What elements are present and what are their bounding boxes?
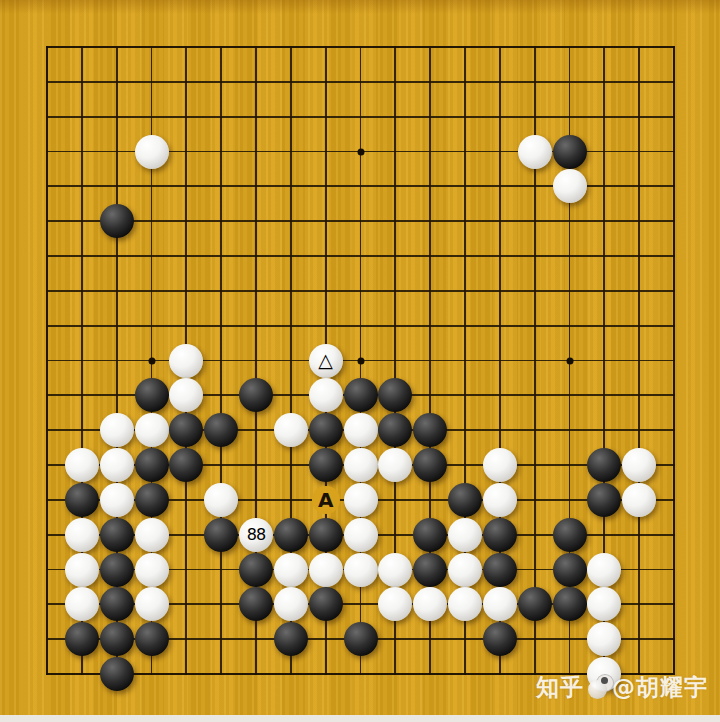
- stone-white: [135, 518, 169, 552]
- stone-black: [135, 448, 169, 482]
- stone-white: [135, 553, 169, 587]
- stone-white: [413, 587, 447, 621]
- stone-white: [622, 448, 656, 482]
- watermark-author-label: @胡耀宇: [612, 672, 708, 703]
- stone-white: [274, 587, 308, 621]
- stone-black: [274, 622, 308, 656]
- stone-white: [344, 553, 378, 587]
- stone-black: [553, 518, 587, 552]
- stone-white: [169, 378, 203, 412]
- move-number-label: 88: [247, 527, 265, 543]
- stone-white: [100, 448, 134, 482]
- star-point: [357, 148, 364, 155]
- stone-white: [518, 135, 552, 169]
- stone-white: [483, 448, 517, 482]
- stone-black: [413, 518, 447, 552]
- stone-black: [100, 622, 134, 656]
- stone-black: [483, 518, 517, 552]
- grid-line-vertical: [673, 46, 675, 675]
- stone-black: [169, 413, 203, 447]
- stone-white: [65, 553, 99, 587]
- stone-black: [169, 448, 203, 482]
- stone-white: [448, 587, 482, 621]
- stone-white: [344, 518, 378, 552]
- stone-black: [587, 448, 621, 482]
- stone-white: [587, 622, 621, 656]
- stone-white: [344, 448, 378, 482]
- stone-black: [135, 622, 169, 656]
- stone-white: [378, 587, 412, 621]
- bottom-strip: [0, 715, 720, 722]
- stone-black: [378, 413, 412, 447]
- stone-black: [309, 587, 343, 621]
- stone-white: [135, 413, 169, 447]
- star-point: [566, 357, 573, 364]
- stone-black: [344, 378, 378, 412]
- stone-white: [274, 553, 308, 587]
- stone-black: [239, 553, 273, 587]
- stone-white: [135, 135, 169, 169]
- stone-white: [169, 344, 203, 378]
- stone-black: [135, 483, 169, 517]
- stone-white: [100, 483, 134, 517]
- stone-white: [553, 169, 587, 203]
- stone-black: [587, 483, 621, 517]
- grid-line-vertical: [638, 46, 640, 675]
- stone-black: [518, 587, 552, 621]
- stone-black: [309, 413, 343, 447]
- stone-black: [100, 553, 134, 587]
- stone-black: [413, 553, 447, 587]
- stone-black: [100, 518, 134, 552]
- stone-black: [553, 587, 587, 621]
- stone-white: [483, 483, 517, 517]
- screenshot-root: △88A 知乎 @胡耀宇: [0, 0, 720, 722]
- stone-white: [344, 413, 378, 447]
- stone-black: [65, 483, 99, 517]
- stone-white: [448, 518, 482, 552]
- stone-white: △: [309, 344, 343, 378]
- stone-black: [344, 622, 378, 656]
- stone-black: [483, 622, 517, 656]
- stone-black: [378, 378, 412, 412]
- stone-white: [378, 553, 412, 587]
- stone-black: [204, 413, 238, 447]
- stone-white: [309, 378, 343, 412]
- stone-white: [587, 553, 621, 587]
- stone-black: [553, 553, 587, 587]
- stone-white: [65, 448, 99, 482]
- stone-black: [204, 518, 238, 552]
- triangle-mark: △: [318, 351, 333, 370]
- stone-white: [587, 587, 621, 621]
- stone-white: 88: [239, 518, 273, 552]
- stone-white: [135, 587, 169, 621]
- stone-black: [553, 135, 587, 169]
- star-point: [148, 357, 155, 364]
- stone-black: [239, 587, 273, 621]
- stone-white: [274, 413, 308, 447]
- stone-white: [483, 587, 517, 621]
- stone-white: [448, 553, 482, 587]
- stone-white: [378, 448, 412, 482]
- star-point: [357, 357, 364, 364]
- stone-black: [309, 518, 343, 552]
- stone-black: [100, 204, 134, 238]
- stone-black: [239, 378, 273, 412]
- stone-black: [413, 448, 447, 482]
- stone-black: [274, 518, 308, 552]
- stone-white: [309, 553, 343, 587]
- go-stones-icon: [588, 674, 614, 700]
- stone-white: [65, 587, 99, 621]
- stone-white: [100, 413, 134, 447]
- stone-black: [309, 448, 343, 482]
- board-label-A: A: [312, 486, 340, 514]
- stone-white: [65, 518, 99, 552]
- stone-black: [413, 413, 447, 447]
- stone-black: [448, 483, 482, 517]
- watermark-site-label: 知乎: [536, 672, 584, 703]
- stone-white: [204, 483, 238, 517]
- stone-black: [100, 657, 134, 691]
- stone-white: [344, 483, 378, 517]
- go-board: △88A: [0, 0, 720, 716]
- watermark: 知乎 @胡耀宇: [536, 672, 708, 702]
- stone-black: [135, 378, 169, 412]
- stone-black: [65, 622, 99, 656]
- stone-white: [622, 483, 656, 517]
- stone-black: [483, 553, 517, 587]
- stone-black: [100, 587, 134, 621]
